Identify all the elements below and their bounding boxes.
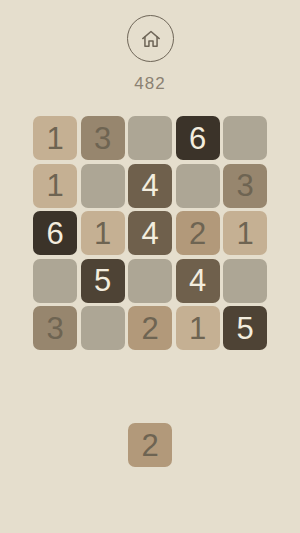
- grid-cell-r3c3[interactable]: 4: [128, 211, 172, 255]
- grid-cell-r5c2[interactable]: [81, 306, 125, 350]
- grid-cell-r5c3[interactable]: 2: [128, 306, 172, 350]
- grid-cell-r3c2[interactable]: 1: [81, 211, 125, 255]
- grid-cell-r1c2[interactable]: 3: [81, 116, 125, 160]
- grid-cell-r2c3[interactable]: 4: [128, 164, 172, 208]
- grid-cell-r1c4[interactable]: 6: [176, 116, 220, 160]
- grid-cell-r3c1[interactable]: 6: [33, 211, 77, 255]
- grid-cell-r5c1[interactable]: 3: [33, 306, 77, 350]
- score-display: 482: [0, 74, 300, 94]
- grid: 13614361421543215: [33, 116, 267, 350]
- home-icon: [138, 26, 164, 52]
- grid-cell-r1c5[interactable]: [223, 116, 267, 160]
- grid-cell-r5c5[interactable]: 5: [223, 306, 267, 350]
- grid-cell-r1c3[interactable]: [128, 116, 172, 160]
- grid-cell-r4c3[interactable]: [128, 259, 172, 303]
- game-screen: 482 13614361421543215 2: [0, 0, 300, 533]
- grid-cell-r3c4[interactable]: 2: [176, 211, 220, 255]
- grid-cell-r2c5[interactable]: 3: [223, 164, 267, 208]
- grid-cell-r1c1[interactable]: 1: [33, 116, 77, 160]
- grid-cell-r4c2[interactable]: 5: [81, 259, 125, 303]
- grid-cell-r4c4[interactable]: 4: [176, 259, 220, 303]
- grid-cell-r4c5[interactable]: [223, 259, 267, 303]
- home-button[interactable]: [127, 15, 174, 62]
- grid-cell-r5c4[interactable]: 1: [176, 306, 220, 350]
- grid-cell-r4c1[interactable]: [33, 259, 77, 303]
- grid-cell-r2c2[interactable]: [81, 164, 125, 208]
- grid-cell-r3c5[interactable]: 1: [223, 211, 267, 255]
- grid-cell-r2c1[interactable]: 1: [33, 164, 77, 208]
- next-tile: 2: [128, 423, 172, 467]
- grid-cell-r2c4[interactable]: [176, 164, 220, 208]
